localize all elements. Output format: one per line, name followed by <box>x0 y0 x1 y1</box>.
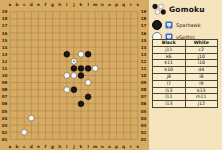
move-row: k6j10 <box>153 53 218 60</box>
row-label-right: 02 <box>141 130 147 135</box>
row-label-right: 07 <box>141 94 147 99</box>
column-label-top: m <box>93 2 98 7</box>
row-label-left: 08 <box>2 87 8 92</box>
stone-white-d4[interactable] <box>28 115 34 121</box>
column-label-top: b <box>16 2 19 7</box>
gomoku-app: aabbccddeeffgghhiijjkkllmmnnooppqqrrss19… <box>0 0 222 150</box>
move-cell: d4 <box>185 67 218 74</box>
last-move-marker <box>73 60 75 62</box>
stone-black-l7[interactable] <box>85 94 91 100</box>
column-label-top: f <box>45 2 47 7</box>
row-label-left: 19 <box>2 9 8 14</box>
column-label-top: q <box>122 2 125 7</box>
column-label-bottom: o <box>108 144 111 149</box>
stone-white-j12[interactable] <box>71 58 77 64</box>
row-label-right: 15 <box>141 38 147 43</box>
move-cell: k6 <box>153 53 186 60</box>
move-cell: l11 <box>153 94 186 101</box>
move-row: k10d4 <box>153 67 218 74</box>
row-label-left: 10 <box>2 73 8 78</box>
column-label-top: n <box>101 2 104 7</box>
row-label-right: 13 <box>141 52 147 57</box>
row-label-right: 18 <box>141 16 147 21</box>
stone-black-k10[interactable] <box>78 73 84 79</box>
row-label-right: 10 <box>141 73 147 78</box>
moves-header-white: White <box>185 40 218 47</box>
row-label-right: 12 <box>141 59 147 64</box>
move-cell: j11 <box>153 46 186 53</box>
player-black: Sparhawk <box>152 20 201 30</box>
column-label-top: p <box>115 2 118 7</box>
move-cell: k11 <box>153 60 186 67</box>
column-label-top: k <box>80 2 83 7</box>
column-label-top: o <box>108 2 111 7</box>
stone-black-j11[interactable] <box>71 66 77 72</box>
row-label-left: 16 <box>2 31 8 36</box>
row-label-left: 14 <box>2 45 8 50</box>
stone-white-k13[interactable] <box>78 51 84 57</box>
row-label-left: 01 <box>2 137 8 142</box>
column-label-bottom: a <box>9 144 12 149</box>
column-label-top: d <box>30 2 33 7</box>
stone-white-m11[interactable] <box>92 66 98 72</box>
move-cell: i8 <box>185 73 218 80</box>
move-row: l13k13 <box>153 87 218 94</box>
column-label-top: e <box>37 2 40 7</box>
stone-black-l13[interactable] <box>85 51 91 57</box>
move-cell: k13 <box>185 87 218 94</box>
row-label-left: 05 <box>2 109 8 114</box>
row-label-left: 09 <box>2 80 8 85</box>
move-row: l7l9 <box>153 80 218 87</box>
black-stone-avatar <box>152 20 162 30</box>
row-label-right: 16 <box>141 31 147 36</box>
row-label-left: 07 <box>2 94 8 99</box>
column-label-top: g <box>51 2 54 7</box>
move-cell: j10 <box>185 53 218 60</box>
row-label-left: 13 <box>2 52 8 57</box>
move-cell: c2 <box>185 46 218 53</box>
stone-white-c2[interactable] <box>21 129 27 135</box>
stone-black-l11[interactable] <box>85 66 91 72</box>
row-label-right: 01 <box>141 137 147 142</box>
row-label-right: 04 <box>141 116 147 121</box>
column-label-bottom: h <box>58 144 61 149</box>
row-label-right: 17 <box>141 23 147 28</box>
move-cell: i10 <box>185 60 218 67</box>
side-panel: Gomoku Sparhawk yGothic Black <box>149 0 222 150</box>
stone-white-i8[interactable] <box>64 87 70 93</box>
column-label-bottom: b <box>16 144 19 149</box>
row-label-right: 08 <box>141 87 147 92</box>
row-label-left: 17 <box>2 23 8 28</box>
row-label-right: 19 <box>141 9 147 14</box>
row-label-left: 02 <box>2 130 8 135</box>
column-label-bottom: d <box>30 144 33 149</box>
move-row: i13j12 <box>153 101 218 108</box>
column-label-bottom: g <box>51 144 54 149</box>
board[interactable]: aabbccddeeffgghhiijjkkllmmnnooppqqrrss19… <box>0 0 149 150</box>
column-label-bottom: f <box>45 144 47 149</box>
computer-icon <box>165 21 173 29</box>
stone-black-j8[interactable] <box>71 87 77 93</box>
move-cell: i13 <box>153 101 186 108</box>
row-label-right: 14 <box>141 45 147 50</box>
move-cell: k10 <box>153 67 186 74</box>
row-label-right: 06 <box>141 101 147 106</box>
player-black-name: Sparhawk <box>176 22 201 28</box>
row-label-left: 15 <box>2 38 8 43</box>
row-label-right: 11 <box>141 66 147 71</box>
row-label-left: 03 <box>2 123 8 128</box>
column-label-bottom: p <box>115 144 118 149</box>
row-label-left: 06 <box>2 101 8 106</box>
move-cell: m11 <box>185 94 218 101</box>
stone-white-j10[interactable] <box>71 73 77 79</box>
column-label-top: h <box>58 2 61 7</box>
row-label-left: 18 <box>2 16 8 21</box>
stone-black-i13[interactable] <box>64 51 70 57</box>
move-row: k11i10 <box>153 60 218 67</box>
move-cell: j8 <box>153 73 186 80</box>
moves-table: Black White j11c2k6j10k11i10k10d4j8i8l7l… <box>152 39 218 108</box>
gomoku-logo-icon <box>151 3 166 16</box>
move-row: l11m11 <box>153 94 218 101</box>
row-label-left: 11 <box>2 66 8 71</box>
move-cell: j12 <box>185 101 218 108</box>
move-cell: l13 <box>153 87 186 94</box>
brand-header: Gomoku <box>151 2 205 16</box>
column-label-bottom: e <box>37 144 40 149</box>
column-label-top: a <box>9 2 12 7</box>
move-cell: l9 <box>185 80 218 87</box>
move-cell: l7 <box>153 80 186 87</box>
stone-white-l9[interactable] <box>85 80 91 86</box>
moves-header-black: Black <box>153 40 186 47</box>
row-label-left: 12 <box>2 59 8 64</box>
move-row: j11c2 <box>153 46 218 53</box>
app-title: Gomoku <box>169 5 205 14</box>
row-label-right: 09 <box>141 80 147 85</box>
column-label-bottom: m <box>93 144 98 149</box>
column-label-bottom: n <box>101 144 104 149</box>
row-label-left: 04 <box>2 116 8 121</box>
stone-white-i10[interactable] <box>64 73 70 79</box>
row-label-right: 03 <box>141 123 147 128</box>
move-row: j8i8 <box>153 73 218 80</box>
column-label-bottom: q <box>122 144 125 149</box>
stone-black-k6[interactable] <box>78 101 84 107</box>
column-label-bottom: k <box>80 144 83 149</box>
stone-black-k11[interactable] <box>78 66 84 72</box>
row-label-right: 05 <box>141 109 147 114</box>
